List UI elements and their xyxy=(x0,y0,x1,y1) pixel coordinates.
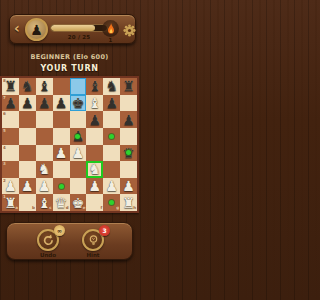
progress-label: 20 / 25 xyxy=(50,34,108,40)
rank-label: 6 xyxy=(3,112,6,116)
square-h1[interactable]: ♜h xyxy=(120,194,137,211)
square-b8[interactable]: ♞ xyxy=(19,78,36,95)
square-g5[interactable] xyxy=(103,128,120,145)
square-a3[interactable]: 3 xyxy=(2,161,19,178)
square-c3[interactable]: ♞ xyxy=(36,161,53,178)
square-f7[interactable]: ♝ xyxy=(86,95,103,112)
square-a1[interactable]: ♜1a xyxy=(2,194,19,211)
square-h5[interactable] xyxy=(120,128,137,145)
square-a2[interactable]: ♟2 xyxy=(2,178,19,195)
square-f1[interactable]: f xyxy=(86,194,103,211)
piece-white-pawn[interactable]: ♟ xyxy=(4,179,17,193)
square-a8[interactable]: ♜8 xyxy=(2,78,19,95)
piece-black-king[interactable]: ♚ xyxy=(72,96,85,110)
square-b3[interactable] xyxy=(19,161,36,178)
square-g3[interactable] xyxy=(103,161,120,178)
streak-indicator xyxy=(102,20,119,37)
square-e3[interactable] xyxy=(70,161,87,178)
piece-white-knight[interactable]: ♞ xyxy=(89,162,102,176)
square-c4[interactable] xyxy=(36,145,53,162)
piece-white-rook[interactable]: ♜ xyxy=(4,196,17,210)
square-h2[interactable]: ♟ xyxy=(120,178,137,195)
legal-move-dot[interactable] xyxy=(109,200,114,205)
square-h3[interactable] xyxy=(120,161,137,178)
square-a4[interactable]: 4 xyxy=(2,145,19,162)
piece-black-pawn[interactable]: ♟ xyxy=(89,113,102,127)
file-label: g xyxy=(116,206,119,210)
piece-white-pawn[interactable]: ♟ xyxy=(72,146,85,160)
square-e1[interactable]: ♚e xyxy=(70,194,87,211)
square-a6[interactable]: 6 xyxy=(2,111,19,128)
square-g1[interactable]: g xyxy=(103,194,120,211)
square-f3[interactable]: ♞ xyxy=(86,161,103,178)
hint-label: Hint xyxy=(79,252,107,258)
square-c6[interactable] xyxy=(36,111,53,128)
piece-white-bishop[interactable]: ♝ xyxy=(38,196,51,210)
streak-count: 1 xyxy=(102,37,119,43)
square-g7[interactable]: ♟ xyxy=(103,95,120,112)
file-label: f xyxy=(101,206,103,210)
square-g2[interactable]: ♟ xyxy=(103,178,120,195)
square-c2[interactable]: ♟ xyxy=(36,178,53,195)
piece-black-bishop[interactable]: ♝ xyxy=(38,79,51,93)
piece-white-king[interactable]: ♚ xyxy=(72,196,85,210)
square-b1[interactable]: b xyxy=(19,194,36,211)
board-frame: ♜8♞♝♝♞♜♟7♟♟♟♚♝♟6♟♟5♟4♟♟♛3♞♞♟2♟♟♟♟♟♜1ab♝c… xyxy=(0,76,139,213)
difficulty-label: BEGINNER (Elo 600) xyxy=(0,53,139,61)
piece-black-pawn[interactable]: ♟ xyxy=(105,96,118,110)
square-g4[interactable] xyxy=(103,145,120,162)
piece-white-rook[interactable]: ♜ xyxy=(122,196,135,210)
piece-white-pawn[interactable]: ♟ xyxy=(89,179,102,193)
piece-black-bishop[interactable]: ♝ xyxy=(89,79,102,93)
square-b4[interactable] xyxy=(19,145,36,162)
piece-white-pawn[interactable]: ♟ xyxy=(21,179,34,193)
piece-black-pawn[interactable]: ♟ xyxy=(55,96,68,110)
hint-count-badge: 3 xyxy=(99,225,110,236)
piece-black-knight[interactable]: ♞ xyxy=(21,79,34,93)
file-label: b xyxy=(32,206,35,210)
square-d8[interactable] xyxy=(53,78,70,95)
undo-arrow-icon xyxy=(42,234,55,247)
piece-black-pawn[interactable]: ♟ xyxy=(38,96,51,110)
square-e5[interactable]: ♟ xyxy=(70,128,87,145)
turn-indicator: YOUR TURN xyxy=(0,64,139,73)
square-a5[interactable]: 5 xyxy=(2,128,19,145)
piece-white-pawn[interactable]: ♟ xyxy=(122,179,135,193)
rank-label: 5 xyxy=(3,129,6,133)
square-c8[interactable]: ♝ xyxy=(36,78,53,95)
square-d1[interactable]: ♛d xyxy=(53,194,70,211)
square-g6[interactable] xyxy=(103,111,120,128)
black-pawn-icon: ♟ xyxy=(30,23,43,37)
piece-black-knight[interactable]: ♞ xyxy=(105,79,118,93)
settings-button[interactable] xyxy=(120,21,138,39)
square-h4[interactable]: ♛ xyxy=(120,145,137,162)
square-e4[interactable]: ♟ xyxy=(70,145,87,162)
square-f5[interactable] xyxy=(86,128,103,145)
square-c7[interactable]: ♟ xyxy=(36,95,53,112)
square-d6[interactable] xyxy=(53,111,70,128)
progress-bar xyxy=(50,24,108,32)
flame-icon xyxy=(106,23,116,35)
square-g8[interactable]: ♞ xyxy=(103,78,120,95)
square-f8[interactable]: ♝ xyxy=(86,78,103,95)
piece-white-bishop[interactable]: ♝ xyxy=(89,96,102,110)
piece-black-pawn[interactable]: ♟ xyxy=(21,96,34,110)
piece-white-pawn[interactable]: ♟ xyxy=(38,179,51,193)
progress-bar-fill xyxy=(51,25,95,31)
square-c5[interactable] xyxy=(36,128,53,145)
square-c1[interactable]: ♝c xyxy=(36,194,53,211)
square-b2[interactable]: ♟ xyxy=(19,178,36,195)
square-e8[interactable] xyxy=(70,78,87,95)
square-d2[interactable] xyxy=(53,178,70,195)
piece-white-queen[interactable]: ♛ xyxy=(55,196,68,210)
bottom-toolbar: ∞ Undo 3 Hint xyxy=(6,222,133,260)
piece-black-rook[interactable]: ♜ xyxy=(122,79,135,93)
legal-move-dot[interactable] xyxy=(109,134,114,139)
square-d5[interactable] xyxy=(53,128,70,145)
square-f2[interactable]: ♟ xyxy=(86,178,103,195)
undo-count-badge: ∞ xyxy=(54,225,65,236)
square-d4[interactable]: ♟ xyxy=(53,145,70,162)
rank-label: 4 xyxy=(3,146,6,150)
lightbulb-icon xyxy=(87,234,100,247)
legal-move-dot[interactable] xyxy=(59,184,64,189)
top-bar: ‹ ♟ 20 / 25 1 xyxy=(9,14,136,44)
square-d3[interactable] xyxy=(53,161,70,178)
gear-icon xyxy=(122,23,137,38)
piece-white-knight[interactable]: ♞ xyxy=(38,162,51,176)
undo-label: Undo xyxy=(34,252,62,258)
level-medallion: ♟ xyxy=(25,18,48,41)
piece-black-pawn[interactable]: ♟ xyxy=(4,96,17,110)
square-e2[interactable] xyxy=(70,178,87,195)
back-chevron-icon[interactable]: ‹ xyxy=(14,20,20,36)
board: ♜8♞♝♝♞♜♟7♟♟♟♚♝♟6♟♟5♟4♟♟♛3♞♞♟2♟♟♟♟♟♜1ab♝c… xyxy=(2,78,137,211)
square-f6[interactable]: ♟ xyxy=(86,111,103,128)
square-f4[interactable] xyxy=(86,145,103,162)
square-b5[interactable] xyxy=(19,128,36,145)
square-h8[interactable]: ♜ xyxy=(120,78,137,95)
square-d7[interactable]: ♟ xyxy=(53,95,70,112)
square-h6[interactable]: ♟ xyxy=(120,111,137,128)
square-a7[interactable]: ♟7 xyxy=(2,95,19,112)
square-b7[interactable]: ♟ xyxy=(19,95,36,112)
piece-black-pawn[interactable]: ♟ xyxy=(122,113,135,127)
piece-white-pawn[interactable]: ♟ xyxy=(55,146,68,160)
piece-black-rook[interactable]: ♜ xyxy=(4,79,17,93)
rank-label: 3 xyxy=(3,162,6,166)
square-e6[interactable] xyxy=(70,111,87,128)
square-h7[interactable] xyxy=(120,95,137,112)
piece-white-pawn[interactable]: ♟ xyxy=(105,179,118,193)
square-b6[interactable] xyxy=(19,111,36,128)
square-e7[interactable]: ♚ xyxy=(70,95,87,112)
